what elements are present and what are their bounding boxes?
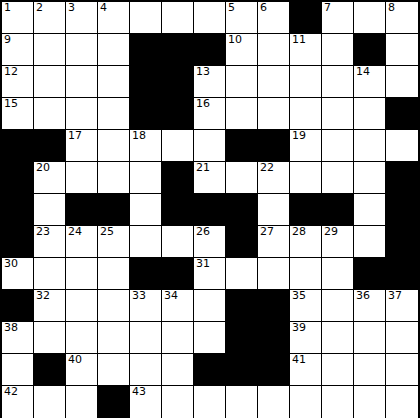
white-cell-r6c12[interactable] xyxy=(354,162,386,194)
white-cell-r10c13[interactable]: 37 xyxy=(386,290,418,322)
white-cell-r9c11[interactable] xyxy=(322,258,354,290)
white-cell-r9c7[interactable]: 31 xyxy=(194,258,226,290)
white-cell-r7c2[interactable] xyxy=(34,194,66,226)
black-cell-r5c1 xyxy=(2,130,34,162)
white-cell-r4c8[interactable] xyxy=(226,98,258,130)
black-cell-r10c9 xyxy=(258,290,290,322)
black-cell-r7c10 xyxy=(290,194,322,226)
white-cell-r2c3[interactable] xyxy=(66,34,98,66)
crossword-grid: 1234567891011121314151617181920212223242… xyxy=(0,0,420,418)
black-cell-r2c12 xyxy=(354,34,386,66)
white-cell-r1c3[interactable]: 3 xyxy=(66,2,98,34)
black-cell-r4c6 xyxy=(162,98,194,130)
white-cell-r4c3[interactable] xyxy=(66,98,98,130)
white-cell-r6c9[interactable]: 22 xyxy=(258,162,290,194)
clue-number-25: 25 xyxy=(100,226,114,238)
white-cell-r10c5[interactable]: 33 xyxy=(130,290,162,322)
white-cell-r7c12[interactable] xyxy=(354,194,386,226)
clue-number-10: 10 xyxy=(228,34,242,46)
black-cell-r2c5 xyxy=(130,34,162,66)
black-cell-r3c5 xyxy=(130,66,162,98)
white-cell-r2c2[interactable] xyxy=(34,34,66,66)
white-cell-r12c3[interactable]: 40 xyxy=(66,354,98,386)
black-cell-r7c3 xyxy=(66,194,98,226)
white-cell-r13c10[interactable] xyxy=(290,386,322,418)
white-cell-r11c2[interactable] xyxy=(34,322,66,354)
white-cell-r10c2[interactable]: 32 xyxy=(34,290,66,322)
black-cell-r11c9 xyxy=(258,322,290,354)
white-cell-r13c13[interactable] xyxy=(386,386,418,418)
white-cell-r9c4[interactable] xyxy=(98,258,130,290)
white-cell-r5c13[interactable] xyxy=(386,130,418,162)
white-cell-r3c11[interactable] xyxy=(322,66,354,98)
white-cell-r6c10[interactable] xyxy=(290,162,322,194)
white-cell-r8c2[interactable]: 23 xyxy=(34,226,66,258)
clue-number-15: 15 xyxy=(4,98,18,110)
white-cell-r2c4[interactable] xyxy=(98,34,130,66)
white-cell-r13c9[interactable] xyxy=(258,386,290,418)
white-cell-r11c10[interactable]: 39 xyxy=(290,322,322,354)
white-cell-r11c4[interactable] xyxy=(98,322,130,354)
white-cell-r1c5[interactable] xyxy=(130,2,162,34)
white-cell-r2c8[interactable]: 10 xyxy=(226,34,258,66)
white-cell-r4c11[interactable] xyxy=(322,98,354,130)
white-cell-r13c12[interactable] xyxy=(354,386,386,418)
black-cell-r10c1 xyxy=(2,290,34,322)
white-cell-r6c3[interactable] xyxy=(66,162,98,194)
black-cell-r3c6 xyxy=(162,66,194,98)
white-cell-r13c5[interactable]: 43 xyxy=(130,386,162,418)
black-cell-r5c2 xyxy=(34,130,66,162)
white-cell-r12c4[interactable] xyxy=(98,354,130,386)
white-cell-r13c3[interactable] xyxy=(66,386,98,418)
white-cell-r13c2[interactable] xyxy=(34,386,66,418)
white-cell-r10c3[interactable] xyxy=(66,290,98,322)
black-cell-r6c13 xyxy=(386,162,418,194)
black-cell-r7c11 xyxy=(322,194,354,226)
clue-number-3: 3 xyxy=(68,2,75,14)
white-cell-r7c9[interactable] xyxy=(258,194,290,226)
white-cell-r5c6[interactable] xyxy=(162,130,194,162)
white-cell-r11c7[interactable] xyxy=(194,322,226,354)
white-cell-r4c7[interactable]: 16 xyxy=(194,98,226,130)
white-cell-r13c1[interactable]: 42 xyxy=(2,386,34,418)
clue-number-7: 7 xyxy=(324,2,331,14)
white-cell-r13c6[interactable] xyxy=(162,386,194,418)
white-cell-r4c10[interactable] xyxy=(290,98,322,130)
white-cell-r12c6[interactable] xyxy=(162,354,194,386)
white-cell-r3c2[interactable] xyxy=(34,66,66,98)
clue-number-16: 16 xyxy=(196,98,210,110)
black-cell-r7c8 xyxy=(226,194,258,226)
white-cell-r5c5[interactable]: 18 xyxy=(130,130,162,162)
white-cell-r5c3[interactable]: 17 xyxy=(66,130,98,162)
white-cell-r1c7[interactable] xyxy=(194,2,226,34)
clue-number-26: 26 xyxy=(196,226,210,238)
white-cell-r11c1[interactable]: 38 xyxy=(2,322,34,354)
white-cell-r2c13[interactable] xyxy=(386,34,418,66)
black-cell-r5c9 xyxy=(258,130,290,162)
clue-number-34: 34 xyxy=(164,290,178,302)
white-cell-r4c12[interactable] xyxy=(354,98,386,130)
black-cell-r7c1 xyxy=(2,194,34,226)
clue-number-19: 19 xyxy=(292,130,306,142)
white-cell-r3c13[interactable] xyxy=(386,66,418,98)
white-cell-r4c2[interactable] xyxy=(34,98,66,130)
black-cell-r6c6 xyxy=(162,162,194,194)
black-cell-r9c12 xyxy=(354,258,386,290)
white-cell-r12c11[interactable] xyxy=(322,354,354,386)
black-cell-r8c1 xyxy=(2,226,34,258)
black-cell-r4c13 xyxy=(386,98,418,130)
black-cell-r6c1 xyxy=(2,162,34,194)
white-cell-r1c12[interactable] xyxy=(354,2,386,34)
white-cell-r1c11[interactable]: 7 xyxy=(322,2,354,34)
clue-number-36: 36 xyxy=(356,290,370,302)
black-cell-r4c5 xyxy=(130,98,162,130)
white-cell-r8c7[interactable]: 26 xyxy=(194,226,226,258)
white-cell-r4c9[interactable] xyxy=(258,98,290,130)
white-cell-r8c4[interactable]: 25 xyxy=(98,226,130,258)
black-cell-r2c7 xyxy=(194,34,226,66)
clue-number-14: 14 xyxy=(356,66,370,78)
white-cell-r2c1[interactable]: 9 xyxy=(2,34,34,66)
clue-number-32: 32 xyxy=(36,290,50,302)
white-cell-r5c12[interactable] xyxy=(354,130,386,162)
white-cell-r11c5[interactable] xyxy=(130,322,162,354)
white-cell-r8c12[interactable] xyxy=(354,226,386,258)
white-cell-r4c4[interactable] xyxy=(98,98,130,130)
black-cell-r12c2 xyxy=(34,354,66,386)
clue-number-43: 43 xyxy=(132,386,146,398)
white-cell-r10c12[interactable]: 36 xyxy=(354,290,386,322)
white-cell-r6c8[interactable] xyxy=(226,162,258,194)
white-cell-r1c4[interactable]: 4 xyxy=(98,2,130,34)
white-cell-r4c1[interactable]: 15 xyxy=(2,98,34,130)
clue-number-23: 23 xyxy=(36,226,50,238)
clue-number-35: 35 xyxy=(292,290,306,302)
white-cell-r8c6[interactable] xyxy=(162,226,194,258)
white-cell-r9c10[interactable] xyxy=(290,258,322,290)
white-cell-r8c5[interactable] xyxy=(130,226,162,258)
clue-number-40: 40 xyxy=(68,354,82,366)
white-cell-r12c12[interactable] xyxy=(354,354,386,386)
clue-number-12: 12 xyxy=(4,66,18,78)
black-cell-r10c8 xyxy=(226,290,258,322)
black-cell-r11c8 xyxy=(226,322,258,354)
white-cell-r2c11[interactable] xyxy=(322,34,354,66)
white-cell-r13c7[interactable] xyxy=(194,386,226,418)
white-cell-r7c5[interactable] xyxy=(130,194,162,226)
white-cell-r13c11[interactable] xyxy=(322,386,354,418)
white-cell-r3c1[interactable]: 12 xyxy=(2,66,34,98)
black-cell-r13c4 xyxy=(98,386,130,418)
black-cell-r9c5 xyxy=(130,258,162,290)
black-cell-r12c9 xyxy=(258,354,290,386)
clue-number-17: 17 xyxy=(68,130,82,142)
clue-number-13: 13 xyxy=(196,66,210,78)
white-cell-r12c10[interactable]: 41 xyxy=(290,354,322,386)
black-cell-r7c4 xyxy=(98,194,130,226)
clue-number-4: 4 xyxy=(100,2,107,14)
black-cell-r2c6 xyxy=(162,34,194,66)
clue-number-37: 37 xyxy=(388,290,402,302)
white-cell-r9c9[interactable] xyxy=(258,258,290,290)
white-cell-r1c9[interactable]: 6 xyxy=(258,2,290,34)
white-cell-r5c11[interactable] xyxy=(322,130,354,162)
clue-number-18: 18 xyxy=(132,130,146,142)
white-cell-r3c8[interactable] xyxy=(226,66,258,98)
white-cell-r3c3[interactable] xyxy=(66,66,98,98)
clue-number-29: 29 xyxy=(324,226,338,238)
white-cell-r6c11[interactable] xyxy=(322,162,354,194)
white-cell-r8c10[interactable]: 28 xyxy=(290,226,322,258)
white-cell-r1c8[interactable]: 5 xyxy=(226,2,258,34)
white-cell-r1c6[interactable] xyxy=(162,2,194,34)
clue-number-38: 38 xyxy=(4,322,18,334)
white-cell-r1c2[interactable]: 2 xyxy=(34,2,66,34)
white-cell-r1c13[interactable]: 8 xyxy=(386,2,418,34)
clue-number-11: 11 xyxy=(292,34,306,46)
white-cell-r9c1[interactable]: 30 xyxy=(2,258,34,290)
clue-number-39: 39 xyxy=(292,322,306,334)
white-cell-r11c3[interactable] xyxy=(66,322,98,354)
clue-number-9: 9 xyxy=(4,34,11,46)
clue-number-41: 41 xyxy=(292,354,306,366)
clue-number-27: 27 xyxy=(260,226,274,238)
white-cell-r8c3[interactable]: 24 xyxy=(66,226,98,258)
clue-number-8: 8 xyxy=(388,2,395,14)
white-cell-r10c10[interactable]: 35 xyxy=(290,290,322,322)
white-cell-r12c13[interactable] xyxy=(386,354,418,386)
white-cell-r5c7[interactable] xyxy=(194,130,226,162)
clue-number-42: 42 xyxy=(4,386,18,398)
clue-number-24: 24 xyxy=(68,226,82,238)
white-cell-r3c12[interactable]: 14 xyxy=(354,66,386,98)
white-cell-r3c10[interactable] xyxy=(290,66,322,98)
white-cell-r6c5[interactable] xyxy=(130,162,162,194)
black-cell-r5c8 xyxy=(226,130,258,162)
clue-number-22: 22 xyxy=(260,162,274,174)
white-cell-r9c3[interactable] xyxy=(66,258,98,290)
black-cell-r9c6 xyxy=(162,258,194,290)
clue-number-21: 21 xyxy=(196,162,210,174)
white-cell-r9c2[interactable] xyxy=(34,258,66,290)
white-cell-r6c4[interactable] xyxy=(98,162,130,194)
black-cell-r7c13 xyxy=(386,194,418,226)
black-cell-r8c13 xyxy=(386,226,418,258)
white-cell-r8c9[interactable]: 27 xyxy=(258,226,290,258)
clue-number-6: 6 xyxy=(260,2,267,14)
white-cell-r11c12[interactable] xyxy=(354,322,386,354)
white-cell-r2c9[interactable] xyxy=(258,34,290,66)
clue-number-1: 1 xyxy=(4,2,11,14)
clue-number-5: 5 xyxy=(228,2,235,14)
white-cell-r5c10[interactable]: 19 xyxy=(290,130,322,162)
clue-number-2: 2 xyxy=(36,2,43,14)
white-cell-r10c4[interactable] xyxy=(98,290,130,322)
white-cell-r12c5[interactable] xyxy=(130,354,162,386)
white-cell-r10c6[interactable]: 34 xyxy=(162,290,194,322)
black-cell-r12c8 xyxy=(226,354,258,386)
black-cell-r7c7 xyxy=(194,194,226,226)
white-cell-r11c6[interactable] xyxy=(162,322,194,354)
clue-number-28: 28 xyxy=(292,226,306,238)
white-cell-r2c10[interactable]: 11 xyxy=(290,34,322,66)
white-cell-r5c4[interactable] xyxy=(98,130,130,162)
white-cell-r10c11[interactable] xyxy=(322,290,354,322)
white-cell-r6c7[interactable]: 21 xyxy=(194,162,226,194)
white-cell-r12c1[interactable] xyxy=(2,354,34,386)
white-cell-r8c11[interactable]: 29 xyxy=(322,226,354,258)
clue-number-30: 30 xyxy=(4,258,18,270)
white-cell-r9c8[interactable] xyxy=(226,258,258,290)
white-cell-r1c1[interactable]: 1 xyxy=(2,2,34,34)
white-cell-r3c4[interactable] xyxy=(98,66,130,98)
black-cell-r9c13 xyxy=(386,258,418,290)
black-cell-r1c10 xyxy=(290,2,322,34)
clue-number-33: 33 xyxy=(132,290,146,302)
white-cell-r13c8[interactable] xyxy=(226,386,258,418)
clue-number-20: 20 xyxy=(36,162,50,174)
black-cell-r8c8 xyxy=(226,226,258,258)
white-cell-r6c2[interactable]: 20 xyxy=(34,162,66,194)
black-cell-r12c7 xyxy=(194,354,226,386)
white-cell-r10c7[interactable] xyxy=(194,290,226,322)
clue-number-31: 31 xyxy=(196,258,210,270)
black-cell-r7c6 xyxy=(162,194,194,226)
white-cell-r3c9[interactable] xyxy=(258,66,290,98)
white-cell-r11c11[interactable] xyxy=(322,322,354,354)
white-cell-r3c7[interactable]: 13 xyxy=(194,66,226,98)
white-cell-r11c13[interactable] xyxy=(386,322,418,354)
